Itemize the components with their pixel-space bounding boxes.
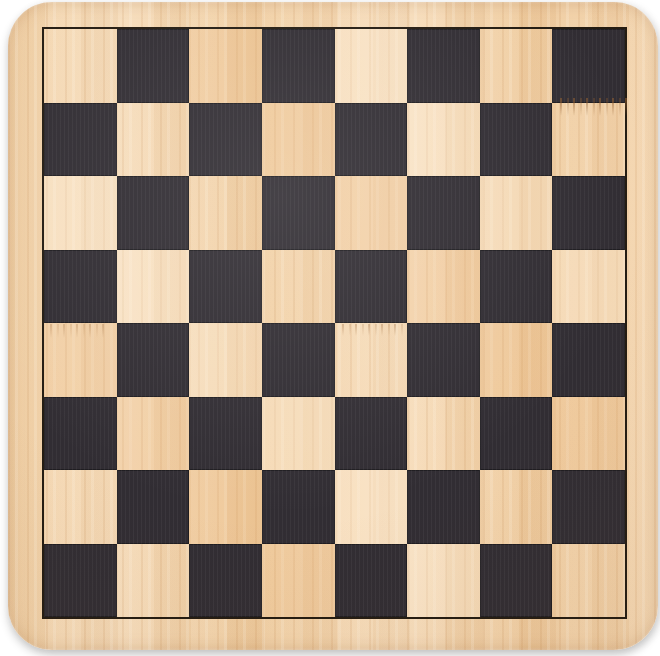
wood-grain-streak	[338, 324, 404, 336]
square-d7[interactable]	[262, 103, 335, 177]
square-c8[interactable]	[189, 29, 262, 103]
square-g6[interactable]	[480, 176, 553, 250]
square-b3[interactable]	[117, 397, 190, 471]
wood-grain-streak	[556, 98, 628, 116]
square-h4[interactable]	[552, 323, 625, 397]
square-h3[interactable]	[552, 397, 625, 471]
square-e7[interactable]	[335, 103, 408, 177]
square-b1[interactable]	[117, 544, 190, 618]
square-g2[interactable]	[480, 470, 553, 544]
square-c4[interactable]	[189, 323, 262, 397]
square-b8[interactable]	[117, 29, 190, 103]
square-a5[interactable]	[44, 250, 117, 324]
square-b6[interactable]	[117, 176, 190, 250]
square-g8[interactable]	[480, 29, 553, 103]
wooden-board	[8, 2, 658, 650]
square-g1[interactable]	[480, 544, 553, 618]
square-f3[interactable]	[407, 397, 480, 471]
square-h8[interactable]	[552, 29, 625, 103]
square-f4[interactable]	[407, 323, 480, 397]
square-e5[interactable]	[335, 250, 408, 324]
square-d1[interactable]	[262, 544, 335, 618]
square-h1[interactable]	[552, 544, 625, 618]
square-g5[interactable]	[480, 250, 553, 324]
square-g7[interactable]	[480, 103, 553, 177]
square-d5[interactable]	[262, 250, 335, 324]
square-h6[interactable]	[552, 176, 625, 250]
square-e3[interactable]	[335, 397, 408, 471]
square-f5[interactable]	[407, 250, 480, 324]
square-e2[interactable]	[335, 470, 408, 544]
square-a3[interactable]	[44, 397, 117, 471]
square-a8[interactable]	[44, 29, 117, 103]
square-e8[interactable]	[335, 29, 408, 103]
square-f2[interactable]	[407, 470, 480, 544]
square-h2[interactable]	[552, 470, 625, 544]
square-c2[interactable]	[189, 470, 262, 544]
square-e6[interactable]	[335, 176, 408, 250]
square-d2[interactable]	[262, 470, 335, 544]
square-f1[interactable]	[407, 544, 480, 618]
square-c5[interactable]	[189, 250, 262, 324]
square-d4[interactable]	[262, 323, 335, 397]
square-e1[interactable]	[335, 544, 408, 618]
square-a2[interactable]	[44, 470, 117, 544]
square-c6[interactable]	[189, 176, 262, 250]
square-f6[interactable]	[407, 176, 480, 250]
wood-grain-streak	[46, 324, 104, 338]
photo-background	[0, 0, 660, 656]
square-d8[interactable]	[262, 29, 335, 103]
square-d3[interactable]	[262, 397, 335, 471]
square-h5[interactable]	[552, 250, 625, 324]
square-a7[interactable]	[44, 103, 117, 177]
square-c7[interactable]	[189, 103, 262, 177]
square-b5[interactable]	[117, 250, 190, 324]
square-g3[interactable]	[480, 397, 553, 471]
square-a1[interactable]	[44, 544, 117, 618]
checkerboard-grid	[42, 27, 627, 619]
square-f8[interactable]	[407, 29, 480, 103]
square-b2[interactable]	[117, 470, 190, 544]
square-b7[interactable]	[117, 103, 190, 177]
square-g4[interactable]	[480, 323, 553, 397]
square-c1[interactable]	[189, 544, 262, 618]
square-c3[interactable]	[189, 397, 262, 471]
square-d6[interactable]	[262, 176, 335, 250]
square-f7[interactable]	[407, 103, 480, 177]
square-b4[interactable]	[117, 323, 190, 397]
square-a6[interactable]	[44, 176, 117, 250]
